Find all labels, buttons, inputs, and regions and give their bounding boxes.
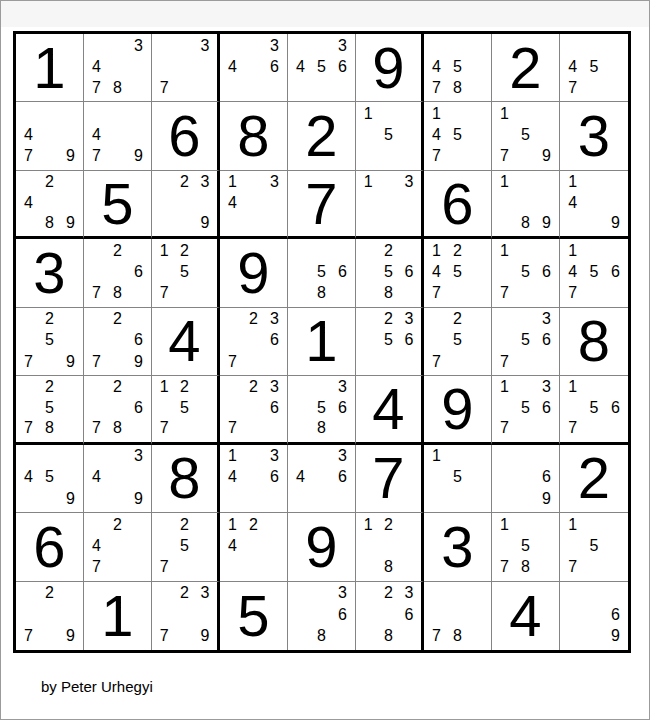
candidate-digit: 4 [290,467,311,488]
cell-candidates: 1257 [154,240,215,303]
candidate-digit: 7 [562,556,583,577]
candidate-digit: 1 [358,103,378,124]
sudoku-cell-r1c9[interactable]: 457 [560,34,628,102]
sudoku-cell-r8c2[interactable]: 247 [84,513,152,581]
candidate-digit: 4 [18,467,39,488]
cell-value: 3 [16,239,83,306]
sudoku-cell-r5c3[interactable]: 4 [152,308,220,376]
sudoku-cell-r2c1[interactable]: 479 [16,102,84,170]
candidate-digit: 4 [426,261,447,282]
candidate-digit: 2 [447,240,468,261]
cell-value: 5 [220,582,287,650]
sudoku-cell-r2c4[interactable]: 8 [220,102,288,170]
candidate-digit: 2 [174,240,194,261]
author-credit: by Peter Urhegyi [41,678,153,695]
candidate-digit: 8 [107,283,128,304]
sudoku-cell-r3c4[interactable]: 134 [220,171,288,239]
candidate-digit: 6 [536,467,557,488]
candidate-digit: 5 [311,261,332,282]
candidate-digit: 6 [264,330,285,351]
candidate-digit: 7 [18,146,39,167]
candidate-digit: 1 [494,172,515,192]
candidate-digit: 6 [128,398,149,418]
sudoku-cell-r8c5[interactable]: 9 [288,513,356,581]
candidate-digit: 2 [174,377,194,397]
candidate-digit: 3 [128,446,149,467]
candidate-digit: 3 [264,377,285,397]
candidate-digit: 5 [583,398,604,418]
sudoku-cell-r4c7[interactable]: 12457 [424,239,492,307]
candidate-digit: 3 [399,172,419,192]
cell-candidates: 479 [86,103,149,166]
candidate-digit: 2 [174,172,194,192]
candidate-digit: 6 [605,261,626,282]
cell-candidates: 15 [358,103,419,166]
cell-candidates: 2368 [358,583,419,647]
sudoku-cell-r3c1[interactable]: 2489 [16,171,84,239]
cell-candidates: 189 [494,172,557,233]
cell-candidates: 239 [154,172,215,233]
sudoku-cell-r1c8[interactable]: 2 [492,34,560,102]
candidate-digit: 5 [378,261,398,282]
sudoku-cell-r2c5[interactable]: 2 [288,102,356,170]
sudoku-cell-r3c3[interactable]: 239 [152,171,220,239]
sudoku-cell-r6c2[interactable]: 2678 [84,376,152,444]
candidate-digit: 1 [426,240,447,261]
cell-candidates: 3478 [86,35,149,98]
candidate-digit: 8 [107,77,128,98]
cell-candidates: 2678 [86,240,149,303]
candidate-digit: 1 [222,514,243,535]
candidate-digit: 8 [378,626,398,647]
sudoku-cell-r9c6[interactable]: 2368 [356,582,424,650]
candidate-digit: 1 [222,172,243,192]
candidate-digit: 1 [426,446,447,467]
candidate-digit: 8 [311,626,332,647]
candidate-digit: 4 [426,125,447,146]
sudoku-cell-r5c9[interactable]: 8 [560,308,628,376]
sudoku-cell-r7c5[interactable]: 346 [288,445,356,513]
cell-candidates: 134 [222,172,285,233]
candidate-digit: 2 [243,514,264,535]
cell-candidates: 279 [18,583,81,647]
candidate-digit: 5 [447,467,468,488]
sudoku-cell-r9c2[interactable]: 1 [84,582,152,650]
sudoku-cell-r7c6[interactable]: 7 [356,445,424,513]
sudoku-cell-r9c1[interactable]: 279 [16,582,84,650]
sudoku-cell-r1c2[interactable]: 3478 [84,34,152,102]
cell-value: 7 [356,445,421,512]
candidate-digit: 3 [332,377,353,397]
candidate-digit: 1 [494,103,515,124]
candidate-digit: 5 [39,398,60,418]
cell-value: 6 [16,513,83,580]
sudoku-cell-r4c8[interactable]: 1567 [492,239,560,307]
candidate-digit: 3 [536,377,557,397]
sudoku-cell-r9c3[interactable]: 2379 [152,582,220,650]
candidate-digit: 7 [86,556,107,577]
candidate-digit: 8 [311,283,332,304]
candidate-digit: 6 [264,398,285,418]
candidate-digit: 2 [378,309,398,330]
candidate-digit: 7 [426,626,447,647]
cell-candidates: 3456 [290,35,353,98]
sudoku-cell-r1c5[interactable]: 3456 [288,34,356,102]
candidate-digit: 1 [562,240,583,261]
sudoku-board: 1347837346345694578245747947968215145715… [13,31,631,653]
candidate-digit: 4 [290,56,311,77]
candidate-digit: 4 [86,467,107,488]
cell-candidates: 3568 [290,377,353,438]
top-strip [1,1,649,27]
sudoku-cell-r3c9[interactable]: 149 [560,171,628,239]
sudoku-cell-r3c6[interactable]: 13 [356,171,424,239]
candidate-digit: 2 [107,309,128,330]
candidate-digit: 1 [494,240,515,261]
sudoku-cell-r4c4[interactable]: 9 [220,239,288,307]
cell-candidates: 15 [426,446,489,509]
sudoku-cell-r8c4[interactable]: 124 [220,513,288,581]
candidate-digit: 9 [536,488,557,509]
candidate-digit: 2 [447,309,468,330]
sudoku-cell-r6c1[interactable]: 2578 [16,376,84,444]
candidate-digit: 7 [18,351,39,372]
sudoku-cell-r7c7[interactable]: 15 [424,445,492,513]
cell-value: 2 [492,34,559,101]
cell-candidates: 2356 [358,309,419,372]
cell-value: 9 [356,34,421,101]
sudoku-cell-r1c3[interactable]: 37 [152,34,220,102]
candidate-digit: 6 [332,604,353,625]
candidate-digit: 5 [515,535,536,556]
candidate-digit: 4 [222,192,243,212]
candidate-digit: 7 [494,418,515,438]
sudoku-cell-r6c4[interactable]: 2367 [220,376,288,444]
candidate-digit: 5 [447,56,468,77]
sudoku-cell-r7c1[interactable]: 459 [16,445,84,513]
cell-candidates: 457 [562,35,626,98]
sudoku-cell-r8c6[interactable]: 128 [356,513,424,581]
sudoku-cell-r1c6[interactable]: 9 [356,34,424,102]
candidate-digit: 8 [39,418,60,438]
sudoku-cell-r9c9[interactable]: 69 [560,582,628,650]
cell-candidates: 1578 [494,514,557,577]
candidate-digit: 7 [86,283,107,304]
candidate-digit: 1 [562,172,583,192]
sudoku-cell-r9c4[interactable]: 5 [220,582,288,650]
candidate-digit: 4 [222,467,243,488]
sudoku-cell-r6c6[interactable]: 4 [356,376,424,444]
cell-candidates: 14567 [562,240,626,303]
sudoku-cell-r4c9[interactable]: 14567 [560,239,628,307]
candidate-digit: 2 [39,583,60,604]
candidate-digit: 8 [447,626,468,647]
cell-candidates: 13567 [494,377,557,438]
candidate-digit: 5 [515,261,536,282]
candidate-digit: 2 [174,583,194,604]
candidate-digit: 5 [174,535,194,556]
sudoku-cell-r9c8[interactable]: 4 [492,582,560,650]
sudoku-cell-r2c6[interactable]: 15 [356,102,424,170]
candidate-digit: 8 [378,283,398,304]
candidate-digit: 9 [60,488,81,509]
cell-candidates: 257 [426,309,489,372]
sudoku-cell-r7c8[interactable]: 69 [492,445,560,513]
candidate-digit: 5 [583,535,604,556]
cell-candidates: 4578 [426,35,489,98]
candidate-digit: 9 [60,351,81,372]
cell-candidates: 2367 [222,377,285,438]
candidate-digit: 9 [128,146,149,167]
cell-candidates: 1257 [154,377,215,438]
candidate-digit: 8 [39,213,60,233]
candidate-digit: 7 [222,351,243,372]
candidate-digit: 6 [332,398,353,418]
sudoku-cell-r1c1[interactable]: 1 [16,34,84,102]
candidate-digit: 7 [426,77,447,98]
cell-value: 8 [152,445,217,512]
candidate-digit: 4 [562,192,583,212]
sudoku-cell-r4c6[interactable]: 2568 [356,239,424,307]
sudoku-cell-r6c3[interactable]: 1257 [152,376,220,444]
candidate-digit: 4 [18,192,39,212]
candidate-digit: 2 [107,377,128,397]
candidate-digit: 5 [447,125,468,146]
cell-value: 8 [220,102,287,169]
candidate-digit: 6 [128,261,149,282]
candidate-digit: 9 [60,626,81,647]
candidate-digit: 6 [332,56,353,77]
candidate-digit: 7 [154,283,174,304]
sudoku-cell-r8c7[interactable]: 3 [424,513,492,581]
cell-candidates: 346 [290,446,353,509]
sudoku-cell-r1c7[interactable]: 4578 [424,34,492,102]
sudoku-cell-r2c2[interactable]: 479 [84,102,152,170]
candidate-digit: 1 [154,240,174,261]
candidate-digit: 7 [154,418,174,438]
candidate-digit: 9 [128,488,149,509]
sudoku-cell-r3c2[interactable]: 5 [84,171,152,239]
candidate-digit: 3 [264,172,285,192]
candidate-digit: 6 [332,467,353,488]
candidate-digit: 5 [515,125,536,146]
sudoku-cell-r5c5[interactable]: 1 [288,308,356,376]
cell-value: 7 [288,171,355,236]
candidate-digit: 6 [128,330,149,351]
sudoku-cell-r7c9[interactable]: 2 [560,445,628,513]
candidate-digit: 7 [494,351,515,372]
candidate-digit: 2 [107,240,128,261]
candidate-digit: 7 [494,283,515,304]
candidate-digit: 2 [378,514,398,535]
sudoku-cell-r5c2[interactable]: 2679 [84,308,152,376]
candidate-digit: 3 [195,35,215,56]
candidate-digit: 7 [426,351,447,372]
candidate-digit: 7 [494,556,515,577]
candidate-digit: 1 [426,103,447,124]
candidate-digit: 5 [311,56,332,77]
candidate-digit: 8 [447,77,468,98]
candidate-digit: 6 [399,261,419,282]
sudoku-cell-r1c4[interactable]: 346 [220,34,288,102]
candidate-digit: 4 [222,56,243,77]
sudoku-cell-r5c4[interactable]: 2367 [220,308,288,376]
candidate-digit: 4 [86,125,107,146]
candidate-digit: 7 [562,283,583,304]
cell-value: 6 [424,171,491,236]
sudoku-cell-r5c6[interactable]: 2356 [356,308,424,376]
candidate-digit: 4 [18,125,39,146]
sudoku-cell-r7c2[interactable]: 349 [84,445,152,513]
sudoku-cell-r4c2[interactable]: 2678 [84,239,152,307]
candidate-digit: 2 [243,309,264,330]
candidate-digit: 7 [86,146,107,167]
sudoku-cell-r6c5[interactable]: 3568 [288,376,356,444]
cell-candidates: 69 [562,583,626,647]
sudoku-cell-r9c7[interactable]: 78 [424,582,492,650]
candidate-digit: 3 [195,172,215,192]
cell-candidates: 1457 [426,103,489,166]
candidate-digit: 2 [107,514,128,535]
candidate-digit: 7 [426,283,447,304]
cell-candidates: 13 [358,172,419,233]
candidate-digit: 3 [195,583,215,604]
sudoku-cell-r7c3[interactable]: 8 [152,445,220,513]
sudoku-cell-r8c9[interactable]: 157 [560,513,628,581]
sudoku-cell-r5c7[interactable]: 257 [424,308,492,376]
candidate-digit: 6 [605,398,626,418]
cell-candidates: 2367 [222,309,285,372]
sudoku-cell-r3c5[interactable]: 7 [288,171,356,239]
cell-candidates: 257 [154,514,215,577]
candidate-digit: 9 [128,351,149,372]
cell-candidates: 128 [358,514,419,577]
cell-candidates: 157 [562,514,626,577]
candidate-digit: 5 [174,398,194,418]
sudoku-cell-r8c1[interactable]: 6 [16,513,84,581]
candidate-digit: 4 [86,56,107,77]
sudoku-cell-r2c7[interactable]: 1457 [424,102,492,170]
cell-value: 1 [84,582,151,650]
cell-value: 9 [288,513,355,580]
sudoku-cell-r7c4[interactable]: 1346 [220,445,288,513]
sudoku-cell-r3c8[interactable]: 189 [492,171,560,239]
sudoku-cell-r8c3[interactable]: 257 [152,513,220,581]
candidate-digit: 7 [154,626,174,647]
cell-candidates: 349 [86,446,149,509]
candidate-digit: 8 [515,556,536,577]
candidate-digit: 7 [562,418,583,438]
sudoku-cell-r2c3[interactable]: 6 [152,102,220,170]
cell-value: 5 [84,171,151,236]
candidate-digit: 5 [447,261,468,282]
sudoku-cell-r5c8[interactable]: 3567 [492,308,560,376]
candidate-digit: 8 [515,213,536,233]
candidate-digit: 8 [311,418,332,438]
cell-candidates: 568 [290,240,353,303]
candidate-digit: 7 [426,146,447,167]
candidate-digit: 5 [583,56,604,77]
candidate-digit: 2 [174,514,194,535]
candidate-digit: 7 [562,77,583,98]
cell-value: 1 [16,34,83,101]
candidate-digit: 9 [536,213,557,233]
cell-candidates: 37 [154,35,215,98]
candidate-digit: 7 [86,418,107,438]
candidate-digit: 5 [515,330,536,351]
candidate-digit: 6 [536,261,557,282]
cell-value: 3 [424,513,491,580]
candidate-digit: 1 [494,377,515,397]
candidate-digit: 2 [39,172,60,192]
candidate-digit: 9 [195,626,215,647]
cell-candidates: 2579 [18,309,81,372]
candidate-digit: 4 [562,56,583,77]
cell-candidates: 12457 [426,240,489,303]
candidate-digit: 2 [378,240,398,261]
cell-candidates: 1567 [494,240,557,303]
candidate-digit: 6 [399,604,419,625]
sudoku-cell-r8c8[interactable]: 1578 [492,513,560,581]
candidate-digit: 3 [332,583,353,604]
cell-candidates: 2489 [18,172,81,233]
cell-candidates: 479 [18,103,81,166]
candidate-digit: 3 [128,35,149,56]
sudoku-cell-r6c9[interactable]: 1567 [560,376,628,444]
candidate-digit: 9 [60,146,81,167]
candidate-digit: 8 [107,418,128,438]
candidate-digit: 1 [358,514,378,535]
candidate-digit: 7 [154,556,174,577]
cell-candidates: 2578 [18,377,81,438]
cell-candidates: 2568 [358,240,419,303]
cell-candidates: 459 [18,446,81,509]
sudoku-cell-r2c8[interactable]: 1579 [492,102,560,170]
candidate-digit: 2 [378,583,398,604]
sudoku-cell-r4c1[interactable]: 3 [16,239,84,307]
candidate-digit: 7 [154,77,174,98]
sudoku-cell-r6c7[interactable]: 9 [424,376,492,444]
sudoku-cell-r6c8[interactable]: 13567 [492,376,560,444]
candidate-digit: 7 [86,77,107,98]
cell-value: 4 [152,308,217,375]
candidate-digit: 9 [536,146,557,167]
candidate-digit: 4 [86,535,107,556]
cell-candidates: 2679 [86,309,149,372]
cell-value: 2 [288,102,355,169]
cell-value: 4 [492,582,559,650]
cell-candidates: 1346 [222,446,285,509]
candidate-digit: 5 [378,330,398,351]
sudoku-cell-r3c7[interactable]: 6 [424,171,492,239]
cell-candidates: 3567 [494,309,557,372]
cell-value: 1 [288,308,355,375]
candidate-digit: 6 [399,330,419,351]
candidate-digit: 5 [515,398,536,418]
sudoku-cell-r2c9[interactable]: 3 [560,102,628,170]
candidate-digit: 6 [332,261,353,282]
candidate-digit: 9 [195,213,215,233]
sudoku-cell-r5c1[interactable]: 2579 [16,308,84,376]
sudoku-cell-r4c3[interactable]: 1257 [152,239,220,307]
candidate-digit: 4 [562,261,583,282]
candidate-digit: 2 [39,377,60,397]
cell-candidates: 2379 [154,583,215,647]
cell-candidates: 149 [562,172,626,233]
cell-candidates: 78 [426,583,489,647]
sudoku-cell-r4c5[interactable]: 568 [288,239,356,307]
sudoku-cell-r9c5[interactable]: 368 [288,582,356,650]
